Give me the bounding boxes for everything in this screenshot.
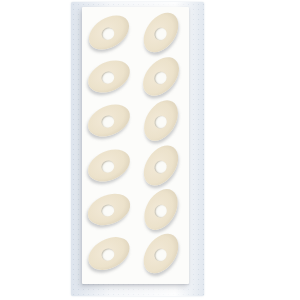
corn-pad xyxy=(137,183,184,236)
corn-pad xyxy=(136,50,186,102)
pad-cell xyxy=(136,10,186,54)
pad-hole xyxy=(151,158,168,175)
product-photo xyxy=(0,0,300,300)
corn-pad xyxy=(137,6,186,59)
pad-cell xyxy=(82,99,136,143)
pad-cell xyxy=(136,232,186,276)
pad-cell xyxy=(136,54,186,98)
corn-pad xyxy=(137,227,186,280)
pad-sheet xyxy=(82,7,189,284)
pad-cell xyxy=(82,10,136,54)
pad-hole xyxy=(99,246,116,263)
pad-cell xyxy=(136,143,186,187)
pad-hole xyxy=(99,25,116,42)
pad-hole xyxy=(99,158,116,174)
corn-pad xyxy=(83,231,135,277)
pad-cell xyxy=(136,99,186,143)
corn-pad xyxy=(83,188,134,231)
pad-hole xyxy=(99,114,116,130)
pad-hole xyxy=(152,203,169,220)
corn-pad xyxy=(137,94,185,147)
corn-pad xyxy=(83,99,135,143)
pad-cell xyxy=(82,232,136,276)
pad-cell xyxy=(82,54,136,98)
corn-pad xyxy=(83,143,135,187)
corn-pad xyxy=(137,139,186,192)
pad-cell xyxy=(82,187,136,231)
pad-hole xyxy=(151,114,168,131)
pads-grid xyxy=(82,10,189,276)
pad-hole xyxy=(99,69,116,85)
pad-hole xyxy=(151,69,169,87)
corn-pad xyxy=(83,8,136,56)
pad-hole xyxy=(151,25,168,43)
pad-hole xyxy=(151,247,168,265)
pad-cell xyxy=(82,143,136,187)
pad-hole xyxy=(99,202,115,218)
corn-pad xyxy=(83,54,135,99)
pad-cell xyxy=(136,187,186,231)
